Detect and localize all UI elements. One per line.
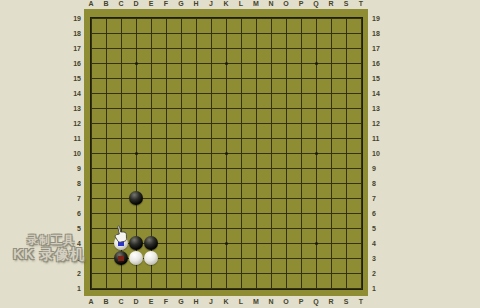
row-label: 13 [372,101,385,116]
column-labels-top: ABCDEFGHJKLMNOPQRST [84,0,369,8]
row-label: 11 [68,131,81,146]
go-app-screen: ABCDEFGHJKLMNOPQRST ABCDEFGHJKLMNOPQRST … [0,0,480,308]
row-label: 12 [372,116,385,131]
row-label: 16 [372,56,385,71]
row-label: 5 [372,221,385,236]
row-label: 18 [68,26,81,41]
column-label: B [99,0,114,8]
row-label: 16 [68,56,81,71]
column-label: B [99,297,114,306]
star-point [135,152,138,155]
black-stone [129,191,143,205]
row-label: 14 [372,86,385,101]
row-label: 15 [372,71,385,86]
row-label: 3 [372,251,385,266]
column-label: G [174,297,189,306]
row-label: 18 [372,26,385,41]
column-label: A [84,0,99,8]
row-label: 9 [372,161,385,176]
column-label: C [114,0,129,8]
row-label: 9 [68,161,81,176]
column-label: H [189,297,204,306]
watermark-line2: KK 录像机 [13,246,85,264]
row-label: 6 [68,206,81,221]
column-label: E [144,297,159,306]
row-label: 1 [68,281,81,296]
black-stone [144,236,158,250]
row-label: 7 [68,191,81,206]
column-label: F [159,0,174,8]
row-label: 19 [68,11,81,26]
column-label: K [219,297,234,306]
column-label: T [354,297,369,306]
column-label: A [84,297,99,306]
row-label: 6 [372,206,385,221]
star-point [225,152,228,155]
row-label: 12 [68,116,81,131]
column-label: O [279,297,294,306]
row-label: 11 [372,131,385,146]
column-label: P [294,0,309,8]
row-label: 8 [68,176,81,191]
row-label: 7 [372,191,385,206]
go-board[interactable] [84,9,368,296]
column-label: S [339,0,354,8]
row-label: 2 [68,266,81,281]
column-label: R [324,297,339,306]
row-label: 17 [372,41,385,56]
column-label: D [129,297,144,306]
square-marker [118,256,124,261]
column-label: C [114,297,129,306]
star-point [135,62,138,65]
star-point [225,242,228,245]
column-label: H [189,0,204,8]
column-label: F [159,297,174,306]
star-point [225,62,228,65]
column-label: Q [309,0,324,8]
row-label: 1 [372,281,385,296]
row-label: 19 [372,11,385,26]
star-point [315,242,318,245]
row-label: 8 [372,176,385,191]
column-label: P [294,297,309,306]
column-label: M [249,0,264,8]
column-label: K [219,0,234,8]
stones-grid[interactable] [84,11,369,296]
row-label: 14 [68,86,81,101]
column-label: L [234,297,249,306]
column-labels-bottom: ABCDEFGHJKLMNOPQRST [84,297,369,306]
column-label: D [129,0,144,8]
row-label: 10 [372,146,385,161]
column-label: E [144,0,159,8]
column-label: J [204,297,219,306]
column-label: T [354,0,369,8]
star-point [315,62,318,65]
column-label: L [234,0,249,8]
column-label: O [279,0,294,8]
row-labels-right: 19181716151413121110987654321 [372,11,385,296]
row-label: 13 [68,101,81,116]
white-stone [144,251,158,265]
row-label: 10 [68,146,81,161]
column-label: Q [309,297,324,306]
row-label: 15 [68,71,81,86]
column-label: R [324,0,339,8]
star-point [315,152,318,155]
column-label: S [339,297,354,306]
column-label: J [204,0,219,8]
column-label: M [249,297,264,306]
black-stone [129,236,143,250]
row-label: 4 [372,236,385,251]
column-label: G [174,0,189,8]
column-label: N [264,297,279,306]
row-label: 2 [372,266,385,281]
row-label: 17 [68,41,81,56]
white-stone [129,251,143,265]
column-label: N [264,0,279,8]
